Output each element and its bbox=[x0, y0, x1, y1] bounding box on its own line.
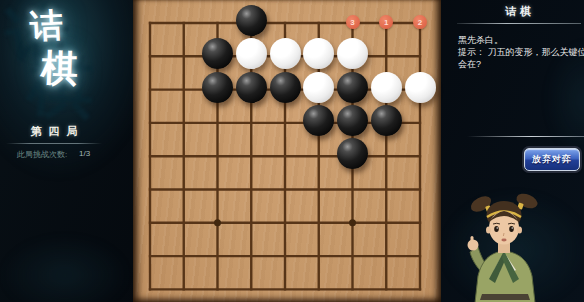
puzzle-hint-line-2: 会在? bbox=[458, 58, 481, 71]
black-stone bbox=[303, 105, 334, 136]
black-stone bbox=[337, 138, 368, 169]
go-board[interactable]: 312 bbox=[133, 0, 441, 302]
game-screen: 诘 棋 诘 棋 第四局 此局挑战次数: 1/3 312 诘棋 黑先杀白。 提示：… bbox=[0, 0, 584, 302]
button-divider bbox=[467, 136, 584, 137]
move-option-marker-3[interactable]: 3 bbox=[346, 15, 360, 29]
black-stone bbox=[236, 5, 267, 36]
attempts-label: 此局挑战次数: bbox=[17, 149, 67, 160]
move-option-marker-2[interactable]: 2 bbox=[413, 15, 427, 29]
round-label: 第四局 bbox=[0, 124, 108, 139]
black-stone bbox=[236, 72, 267, 103]
white-stone bbox=[236, 38, 267, 69]
give-up-button[interactable]: 放弃对弈 bbox=[524, 148, 580, 171]
black-stone bbox=[202, 72, 233, 103]
white-stone bbox=[371, 72, 402, 103]
white-stone bbox=[270, 38, 301, 69]
puzzle-panel-title: 诘棋 bbox=[455, 4, 581, 19]
white-stone bbox=[405, 72, 436, 103]
left-panel-divider bbox=[6, 143, 102, 144]
attempts-value: 1/3 bbox=[79, 149, 90, 158]
black-stone bbox=[337, 105, 368, 136]
puzzle-title-divider bbox=[457, 23, 581, 24]
calligraphy-title-char-2: 棋 bbox=[40, 43, 79, 94]
black-stone bbox=[270, 72, 301, 103]
black-stone bbox=[371, 105, 402, 136]
black-stone bbox=[337, 72, 368, 103]
white-stone bbox=[303, 72, 334, 103]
left-info-panel: 诘 棋 诘 棋 第四局 此局挑战次数: 1/3 bbox=[0, 0, 133, 302]
advisor-avatar bbox=[452, 186, 557, 302]
right-puzzle-panel: 诘棋 黑先杀白。 提示： 刀五的变形，那么关键位置 会在? 放弃对弈 bbox=[455, 0, 584, 302]
